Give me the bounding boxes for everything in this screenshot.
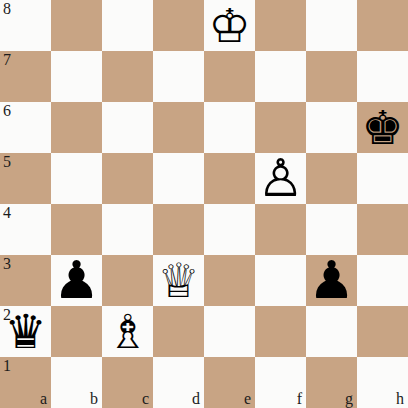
square-e6[interactable] <box>204 102 255 153</box>
square-h4[interactable] <box>357 204 408 255</box>
piece-black-pawn-g3[interactable]: ♟ <box>308 255 355 306</box>
chess-board: 8♔76♚5♙43♟♕♟♛2♗1abcdefgh <box>0 0 408 408</box>
square-g4[interactable] <box>306 204 357 255</box>
square-c5[interactable] <box>102 153 153 204</box>
file-label-a: a <box>40 391 47 407</box>
square-g6[interactable] <box>306 102 357 153</box>
rank-label-1: 1 <box>3 358 11 374</box>
square-h1[interactable]: h <box>357 357 408 408</box>
square-f2[interactable] <box>255 306 306 357</box>
square-f3[interactable] <box>255 255 306 306</box>
square-a5[interactable]: 5 <box>0 153 51 204</box>
rank-label-3: 3 <box>3 256 11 272</box>
square-d4[interactable] <box>153 204 204 255</box>
rank-label-5: 5 <box>3 154 11 170</box>
square-c4[interactable] <box>102 204 153 255</box>
square-f6[interactable] <box>255 102 306 153</box>
file-label-d: d <box>192 391 200 407</box>
square-b6[interactable] <box>51 102 102 153</box>
square-g5[interactable] <box>306 153 357 204</box>
piece-white-pawn-f5[interactable]: ♙ <box>257 153 304 204</box>
square-c8[interactable] <box>102 0 153 51</box>
square-c2[interactable]: ♗ <box>102 306 153 357</box>
square-h2[interactable] <box>357 306 408 357</box>
square-e5[interactable] <box>204 153 255 204</box>
square-b3[interactable]: ♟ <box>51 255 102 306</box>
square-a8[interactable]: 8 <box>0 0 51 51</box>
square-a6[interactable]: 6 <box>0 102 51 153</box>
square-f1[interactable]: f <box>255 357 306 408</box>
square-a4[interactable]: 4 <box>0 204 51 255</box>
square-d5[interactable] <box>153 153 204 204</box>
square-c6[interactable] <box>102 102 153 153</box>
square-g7[interactable] <box>306 51 357 102</box>
square-a2[interactable]: ♛2 <box>0 306 51 357</box>
square-g3[interactable]: ♟ <box>306 255 357 306</box>
square-f8[interactable] <box>255 0 306 51</box>
square-c3[interactable] <box>102 255 153 306</box>
square-g8[interactable] <box>306 0 357 51</box>
square-f4[interactable] <box>255 204 306 255</box>
square-h6[interactable]: ♚ <box>357 102 408 153</box>
piece-white-queen-d3[interactable]: ♕ <box>157 255 199 306</box>
square-g1[interactable]: g <box>306 357 357 408</box>
piece-black-king-h6[interactable]: ♚ <box>361 102 403 153</box>
file-label-h: h <box>396 391 404 407</box>
file-label-f: f <box>297 391 302 407</box>
square-f5[interactable]: ♙ <box>255 153 306 204</box>
square-c1[interactable]: c <box>102 357 153 408</box>
rank-label-8: 8 <box>3 1 11 17</box>
square-h3[interactable] <box>357 255 408 306</box>
square-d7[interactable] <box>153 51 204 102</box>
square-e2[interactable] <box>204 306 255 357</box>
file-label-b: b <box>90 391 98 407</box>
square-h8[interactable] <box>357 0 408 51</box>
square-h5[interactable] <box>357 153 408 204</box>
square-d6[interactable] <box>153 102 204 153</box>
file-label-c: c <box>142 391 149 407</box>
square-h7[interactable] <box>357 51 408 102</box>
square-e8[interactable]: ♔ <box>204 0 255 51</box>
square-b7[interactable] <box>51 51 102 102</box>
square-e4[interactable] <box>204 204 255 255</box>
square-e1[interactable]: e <box>204 357 255 408</box>
piece-black-pawn-b3[interactable]: ♟ <box>53 255 100 306</box>
square-b4[interactable] <box>51 204 102 255</box>
square-d3[interactable]: ♕ <box>153 255 204 306</box>
square-a7[interactable]: 7 <box>0 51 51 102</box>
square-c7[interactable] <box>102 51 153 102</box>
chess-board-wrap: 8♔76♚5♙43♟♕♟♛2♗1abcdefgh <box>0 0 408 408</box>
file-label-e: e <box>244 391 251 407</box>
square-e7[interactable] <box>204 51 255 102</box>
square-b2[interactable] <box>51 306 102 357</box>
square-b1[interactable]: b <box>51 357 102 408</box>
piece-white-king-e8[interactable]: ♔ <box>208 0 250 51</box>
piece-black-queen-a2[interactable]: ♛ <box>4 306 46 357</box>
square-d2[interactable] <box>153 306 204 357</box>
rank-label-7: 7 <box>3 52 11 68</box>
square-d8[interactable] <box>153 0 204 51</box>
square-b5[interactable] <box>51 153 102 204</box>
rank-label-6: 6 <box>3 103 11 119</box>
rank-label-4: 4 <box>3 205 11 221</box>
square-a1[interactable]: 1a <box>0 357 51 408</box>
square-a3[interactable]: 3 <box>0 255 51 306</box>
square-f7[interactable] <box>255 51 306 102</box>
piece-white-bishop-c2[interactable]: ♗ <box>106 306 148 357</box>
square-e3[interactable] <box>204 255 255 306</box>
square-b8[interactable] <box>51 0 102 51</box>
file-label-g: g <box>345 391 353 407</box>
square-d1[interactable]: d <box>153 357 204 408</box>
square-g2[interactable] <box>306 306 357 357</box>
